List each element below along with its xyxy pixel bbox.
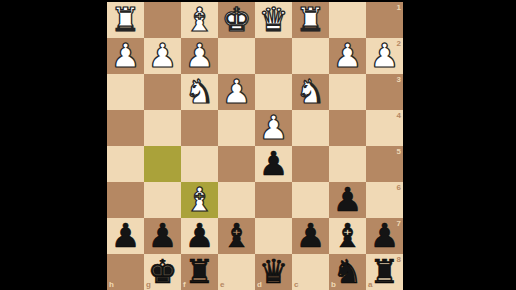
square-b2[interactable]: ♟: [329, 38, 366, 74]
square-h5[interactable]: [107, 146, 144, 182]
square-f7[interactable]: ♟: [181, 218, 218, 254]
square-e4[interactable]: [218, 110, 255, 146]
square-c1[interactable]: ♜: [292, 2, 329, 38]
chess-board: ♜♝♚♛♜1♟♟♟♟♟2♞♟♞3♟4♟5♝♟6♟♟♟♝♟♝♟7h♚g♜fe♛dc…: [107, 2, 403, 290]
black-knight[interactable]: ♞: [329, 254, 366, 290]
square-b4[interactable]: [329, 110, 366, 146]
square-h4[interactable]: [107, 110, 144, 146]
white-pawn[interactable]: ♟: [255, 110, 292, 146]
square-f6[interactable]: ♝: [181, 182, 218, 218]
file-label-h: h: [109, 280, 114, 289]
square-h8[interactable]: h: [107, 254, 144, 290]
square-b5[interactable]: [329, 146, 366, 182]
square-c8[interactable]: c: [292, 254, 329, 290]
white-pawn[interactable]: ♟: [218, 74, 255, 110]
square-b1[interactable]: [329, 2, 366, 38]
square-a5[interactable]: 5: [366, 146, 403, 182]
black-pawn[interactable]: ♟: [255, 146, 292, 182]
square-f4[interactable]: [181, 110, 218, 146]
square-e5[interactable]: [218, 146, 255, 182]
white-knight[interactable]: ♞: [181, 74, 218, 110]
square-c5[interactable]: [292, 146, 329, 182]
black-pawn[interactable]: ♟: [181, 218, 218, 254]
black-rook[interactable]: ♜: [181, 254, 218, 290]
square-f8[interactable]: ♜f: [181, 254, 218, 290]
black-pawn[interactable]: ♟: [107, 218, 144, 254]
white-pawn[interactable]: ♟: [107, 38, 144, 74]
black-pawn[interactable]: ♟: [292, 218, 329, 254]
square-g3[interactable]: [144, 74, 181, 110]
square-b7[interactable]: ♝: [329, 218, 366, 254]
square-e3[interactable]: ♟: [218, 74, 255, 110]
square-f1[interactable]: ♝: [181, 2, 218, 38]
square-d8[interactable]: ♛d: [255, 254, 292, 290]
rank-label-6: 6: [397, 183, 401, 192]
square-g1[interactable]: [144, 2, 181, 38]
black-rook[interactable]: ♜: [366, 254, 403, 290]
white-bishop[interactable]: ♝: [181, 2, 218, 38]
app-background: ♜♝♚♛♜1♟♟♟♟♟2♞♟♞3♟4♟5♝♟6♟♟♟♝♟♝♟7h♚g♜fe♛dc…: [0, 0, 516, 290]
square-e6[interactable]: [218, 182, 255, 218]
square-b8[interactable]: ♞b: [329, 254, 366, 290]
black-pawn[interactable]: ♟: [144, 218, 181, 254]
square-g4[interactable]: [144, 110, 181, 146]
black-bishop[interactable]: ♝: [218, 218, 255, 254]
black-bishop[interactable]: ♝: [329, 218, 366, 254]
white-pawn[interactable]: ♟: [181, 38, 218, 74]
square-e1[interactable]: ♚: [218, 2, 255, 38]
square-a2[interactable]: ♟2: [366, 38, 403, 74]
black-king[interactable]: ♚: [144, 254, 181, 290]
white-pawn[interactable]: ♟: [366, 38, 403, 74]
square-c3[interactable]: ♞: [292, 74, 329, 110]
square-a3[interactable]: 3: [366, 74, 403, 110]
square-e7[interactable]: ♝: [218, 218, 255, 254]
rank-label-5: 5: [397, 147, 401, 156]
square-d4[interactable]: ♟: [255, 110, 292, 146]
square-g8[interactable]: ♚g: [144, 254, 181, 290]
square-e2[interactable]: [218, 38, 255, 74]
white-pawn[interactable]: ♟: [329, 38, 366, 74]
white-queen[interactable]: ♛: [255, 2, 292, 38]
white-bishop[interactable]: ♝: [181, 182, 218, 218]
square-h7[interactable]: ♟: [107, 218, 144, 254]
white-rook[interactable]: ♜: [292, 2, 329, 38]
square-c7[interactable]: ♟: [292, 218, 329, 254]
rank-label-1: 1: [397, 3, 401, 12]
square-c6[interactable]: [292, 182, 329, 218]
file-label-c: c: [294, 280, 298, 289]
square-b3[interactable]: [329, 74, 366, 110]
square-f3[interactable]: ♞: [181, 74, 218, 110]
square-c2[interactable]: [292, 38, 329, 74]
square-e8[interactable]: e: [218, 254, 255, 290]
square-g7[interactable]: ♟: [144, 218, 181, 254]
square-a1[interactable]: 1: [366, 2, 403, 38]
square-h2[interactable]: ♟: [107, 38, 144, 74]
square-a7[interactable]: ♟7: [366, 218, 403, 254]
black-pawn[interactable]: ♟: [366, 218, 403, 254]
white-knight[interactable]: ♞: [292, 74, 329, 110]
square-b6[interactable]: ♟: [329, 182, 366, 218]
square-h3[interactable]: [107, 74, 144, 110]
square-d3[interactable]: [255, 74, 292, 110]
square-f5[interactable]: [181, 146, 218, 182]
white-pawn[interactable]: ♟: [144, 38, 181, 74]
square-d1[interactable]: ♛: [255, 2, 292, 38]
square-f2[interactable]: ♟: [181, 38, 218, 74]
black-pawn[interactable]: ♟: [329, 182, 366, 218]
square-h1[interactable]: ♜: [107, 2, 144, 38]
square-d6[interactable]: [255, 182, 292, 218]
white-king[interactable]: ♚: [218, 2, 255, 38]
square-c4[interactable]: [292, 110, 329, 146]
square-a4[interactable]: 4: [366, 110, 403, 146]
square-d7[interactable]: [255, 218, 292, 254]
rank-label-4: 4: [397, 111, 401, 120]
square-g2[interactable]: ♟: [144, 38, 181, 74]
square-d5[interactable]: ♟: [255, 146, 292, 182]
square-g6[interactable]: [144, 182, 181, 218]
square-a8[interactable]: ♜8a: [366, 254, 403, 290]
square-g5[interactable]: [144, 146, 181, 182]
file-label-e: e: [220, 280, 224, 289]
rank-label-3: 3: [397, 75, 401, 84]
square-a6[interactable]: 6: [366, 182, 403, 218]
square-h6[interactable]: [107, 182, 144, 218]
square-d2[interactable]: [255, 38, 292, 74]
black-queen[interactable]: ♛: [255, 254, 292, 290]
white-rook[interactable]: ♜: [107, 2, 144, 38]
